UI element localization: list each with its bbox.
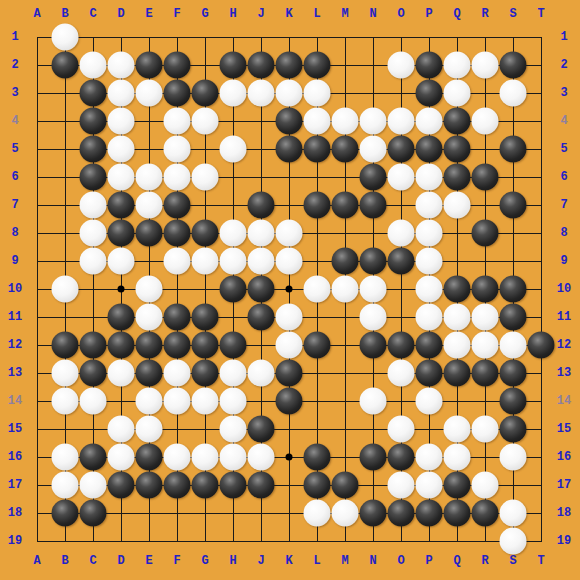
white-stone-M18[interactable] bbox=[332, 500, 359, 527]
black-stone-K13[interactable] bbox=[276, 360, 303, 387]
black-stone-G17[interactable] bbox=[192, 472, 219, 499]
column-label-top: O bbox=[397, 7, 404, 21]
black-stone-F17[interactable] bbox=[164, 472, 191, 499]
white-stone-N11[interactable] bbox=[360, 304, 387, 331]
row-label-right: 1 bbox=[560, 30, 567, 44]
black-stone-O9[interactable] bbox=[388, 248, 415, 275]
black-stone-O18[interactable] bbox=[388, 500, 415, 527]
white-stone-O8[interactable] bbox=[388, 220, 415, 247]
row-label-right: 15 bbox=[557, 422, 571, 436]
column-label-bottom: E bbox=[145, 554, 152, 568]
column-label-bottom: G bbox=[201, 554, 208, 568]
black-stone-N16[interactable] bbox=[360, 444, 387, 471]
black-stone-F12[interactable] bbox=[164, 332, 191, 359]
white-stone-C7[interactable] bbox=[80, 192, 107, 219]
white-stone-P7[interactable] bbox=[416, 192, 443, 219]
white-stone-N5[interactable] bbox=[360, 136, 387, 163]
black-stone-P3[interactable] bbox=[416, 80, 443, 107]
column-label-bottom: L bbox=[313, 554, 320, 568]
white-stone-Q16[interactable] bbox=[444, 444, 471, 471]
white-stone-K12[interactable] bbox=[276, 332, 303, 359]
black-stone-H12[interactable] bbox=[220, 332, 247, 359]
column-label-top: D bbox=[117, 7, 124, 21]
column-label-top: Q bbox=[453, 7, 460, 21]
white-stone-S16[interactable] bbox=[500, 444, 527, 471]
white-stone-F4[interactable] bbox=[164, 108, 191, 135]
row-label-right: 5 bbox=[560, 142, 567, 156]
row-label-left: 8 bbox=[11, 226, 18, 240]
black-stone-C4[interactable] bbox=[80, 108, 107, 135]
white-stone-F5[interactable] bbox=[164, 136, 191, 163]
white-stone-C17[interactable] bbox=[80, 472, 107, 499]
white-stone-L3[interactable] bbox=[304, 80, 331, 107]
row-label-left: 16 bbox=[8, 450, 22, 464]
black-stone-C6[interactable] bbox=[80, 164, 107, 191]
white-stone-J16[interactable] bbox=[248, 444, 275, 471]
black-stone-E12[interactable] bbox=[136, 332, 163, 359]
white-stone-J8[interactable] bbox=[248, 220, 275, 247]
column-label-top: R bbox=[481, 7, 488, 21]
black-stone-F11[interactable] bbox=[164, 304, 191, 331]
black-stone-S14[interactable] bbox=[500, 388, 527, 415]
row-label-left: 9 bbox=[11, 254, 18, 268]
white-stone-H9[interactable] bbox=[220, 248, 247, 275]
row-label-right: 4 bbox=[560, 114, 567, 128]
black-stone-C5[interactable] bbox=[80, 136, 107, 163]
white-stone-R15[interactable] bbox=[472, 416, 499, 443]
black-stone-F8[interactable] bbox=[164, 220, 191, 247]
black-stone-S7[interactable] bbox=[500, 192, 527, 219]
row-label-right: 12 bbox=[557, 338, 571, 352]
black-stone-L7[interactable] bbox=[304, 192, 331, 219]
black-stone-D8[interactable] bbox=[108, 220, 135, 247]
white-stone-F9[interactable] bbox=[164, 248, 191, 275]
black-stone-F3[interactable] bbox=[164, 80, 191, 107]
column-label-top: B bbox=[61, 7, 68, 21]
column-label-top: K bbox=[285, 7, 292, 21]
row-label-left: 13 bbox=[8, 366, 22, 380]
row-label-left: 10 bbox=[8, 282, 22, 296]
black-stone-S5[interactable] bbox=[500, 136, 527, 163]
white-stone-G9[interactable] bbox=[192, 248, 219, 275]
black-stone-P12[interactable] bbox=[416, 332, 443, 359]
white-stone-D9[interactable] bbox=[108, 248, 135, 275]
column-label-bottom: M bbox=[341, 554, 348, 568]
white-stone-F13[interactable] bbox=[164, 360, 191, 387]
white-stone-N14[interactable] bbox=[360, 388, 387, 415]
star-point bbox=[286, 286, 293, 293]
white-stone-Q3[interactable] bbox=[444, 80, 471, 107]
white-stone-P6[interactable] bbox=[416, 164, 443, 191]
column-label-top: P bbox=[425, 7, 432, 21]
column-label-bottom: Q bbox=[453, 554, 460, 568]
black-stone-H17[interactable] bbox=[220, 472, 247, 499]
column-label-top: G bbox=[201, 7, 208, 21]
row-label-right: 11 bbox=[557, 310, 571, 324]
grid-line-horizontal bbox=[37, 541, 542, 542]
white-stone-D4[interactable] bbox=[108, 108, 135, 135]
black-stone-N6[interactable] bbox=[360, 164, 387, 191]
black-stone-K14[interactable] bbox=[276, 388, 303, 415]
column-label-top: F bbox=[173, 7, 180, 21]
white-stone-G6[interactable] bbox=[192, 164, 219, 191]
row-label-right: 14 bbox=[557, 394, 571, 408]
black-stone-H2[interactable] bbox=[220, 52, 247, 79]
black-stone-P5[interactable] bbox=[416, 136, 443, 163]
black-stone-G3[interactable] bbox=[192, 80, 219, 107]
column-label-bottom: P bbox=[425, 554, 432, 568]
white-stone-F6[interactable] bbox=[164, 164, 191, 191]
black-stone-N9[interactable] bbox=[360, 248, 387, 275]
column-label-top: M bbox=[341, 7, 348, 21]
white-stone-C14[interactable] bbox=[80, 388, 107, 415]
white-stone-P16[interactable] bbox=[416, 444, 443, 471]
white-stone-R12[interactable] bbox=[472, 332, 499, 359]
black-stone-Q17[interactable] bbox=[444, 472, 471, 499]
black-stone-D7[interactable] bbox=[108, 192, 135, 219]
column-label-top: L bbox=[313, 7, 320, 21]
white-stone-F16[interactable] bbox=[164, 444, 191, 471]
black-stone-R6[interactable] bbox=[472, 164, 499, 191]
column-label-top: H bbox=[229, 7, 236, 21]
white-stone-H16[interactable] bbox=[220, 444, 247, 471]
row-label-right: 10 bbox=[557, 282, 571, 296]
white-stone-B17[interactable] bbox=[52, 472, 79, 499]
white-stone-G16[interactable] bbox=[192, 444, 219, 471]
white-stone-P4[interactable] bbox=[416, 108, 443, 135]
white-stone-D5[interactable] bbox=[108, 136, 135, 163]
black-stone-L5[interactable] bbox=[304, 136, 331, 163]
black-stone-S15[interactable] bbox=[500, 416, 527, 443]
black-stone-N7[interactable] bbox=[360, 192, 387, 219]
black-stone-E13[interactable] bbox=[136, 360, 163, 387]
black-stone-N12[interactable] bbox=[360, 332, 387, 359]
white-stone-O15[interactable] bbox=[388, 416, 415, 443]
white-stone-H13[interactable] bbox=[220, 360, 247, 387]
white-stone-Q15[interactable] bbox=[444, 416, 471, 443]
row-label-left: 15 bbox=[8, 422, 22, 436]
grid-line-vertical bbox=[541, 37, 542, 542]
row-label-left: 6 bbox=[11, 170, 18, 184]
white-stone-K3[interactable] bbox=[276, 80, 303, 107]
black-stone-C12[interactable] bbox=[80, 332, 107, 359]
white-stone-O2[interactable] bbox=[388, 52, 415, 79]
white-stone-E7[interactable] bbox=[136, 192, 163, 219]
black-stone-C13[interactable] bbox=[80, 360, 107, 387]
white-stone-O6[interactable] bbox=[388, 164, 415, 191]
black-stone-Q10[interactable] bbox=[444, 276, 471, 303]
row-label-left: 19 bbox=[8, 534, 22, 548]
row-label-right: 9 bbox=[560, 254, 567, 268]
column-label-bottom: D bbox=[117, 554, 124, 568]
white-stone-P9[interactable] bbox=[416, 248, 443, 275]
black-stone-J10[interactable] bbox=[248, 276, 275, 303]
white-stone-N4[interactable] bbox=[360, 108, 387, 135]
column-label-top: A bbox=[33, 7, 40, 21]
row-label-left: 5 bbox=[11, 142, 18, 156]
black-stone-N18[interactable] bbox=[360, 500, 387, 527]
white-stone-G4[interactable] bbox=[192, 108, 219, 135]
white-stone-S19[interactable] bbox=[500, 528, 527, 555]
black-stone-K2[interactable] bbox=[276, 52, 303, 79]
white-stone-E15[interactable] bbox=[136, 416, 163, 443]
column-label-top: N bbox=[369, 7, 376, 21]
black-stone-S13[interactable] bbox=[500, 360, 527, 387]
white-stone-K8[interactable] bbox=[276, 220, 303, 247]
black-stone-Q18[interactable] bbox=[444, 500, 471, 527]
white-stone-B16[interactable] bbox=[52, 444, 79, 471]
column-label-top: J bbox=[257, 7, 264, 21]
black-stone-R10[interactable] bbox=[472, 276, 499, 303]
white-stone-M10[interactable] bbox=[332, 276, 359, 303]
white-stone-S3[interactable] bbox=[500, 80, 527, 107]
row-label-left: 12 bbox=[8, 338, 22, 352]
white-stone-N10[interactable] bbox=[360, 276, 387, 303]
row-label-left: 14 bbox=[8, 394, 22, 408]
black-stone-S2[interactable] bbox=[500, 52, 527, 79]
black-stone-O5[interactable] bbox=[388, 136, 415, 163]
white-stone-P10[interactable] bbox=[416, 276, 443, 303]
black-stone-J17[interactable] bbox=[248, 472, 275, 499]
white-stone-Q7[interactable] bbox=[444, 192, 471, 219]
column-label-bottom: R bbox=[481, 554, 488, 568]
column-label-top: T bbox=[537, 7, 544, 21]
black-stone-Q6[interactable] bbox=[444, 164, 471, 191]
black-stone-K5[interactable] bbox=[276, 136, 303, 163]
black-stone-B18[interactable] bbox=[52, 500, 79, 527]
white-stone-P11[interactable] bbox=[416, 304, 443, 331]
black-stone-O16[interactable] bbox=[388, 444, 415, 471]
white-stone-K11[interactable] bbox=[276, 304, 303, 331]
go-board[interactable]: AABBCCDDEEFFGGHHJJKKLLMMNNOOPPQQRRSSTT11… bbox=[0, 0, 580, 580]
black-stone-J11[interactable] bbox=[248, 304, 275, 331]
white-stone-H5[interactable] bbox=[220, 136, 247, 163]
black-stone-E2[interactable] bbox=[136, 52, 163, 79]
black-stone-E17[interactable] bbox=[136, 472, 163, 499]
white-stone-C8[interactable] bbox=[80, 220, 107, 247]
white-stone-B14[interactable] bbox=[52, 388, 79, 415]
white-stone-Q11[interactable] bbox=[444, 304, 471, 331]
white-stone-Q12[interactable] bbox=[444, 332, 471, 359]
white-stone-E14[interactable] bbox=[136, 388, 163, 415]
white-stone-O4[interactable] bbox=[388, 108, 415, 135]
white-stone-E3[interactable] bbox=[136, 80, 163, 107]
black-stone-L12[interactable] bbox=[304, 332, 331, 359]
row-label-right: 3 bbox=[560, 86, 567, 100]
black-stone-L16[interactable] bbox=[304, 444, 331, 471]
black-stone-S11[interactable] bbox=[500, 304, 527, 331]
white-stone-J13[interactable] bbox=[248, 360, 275, 387]
row-label-left: 4 bbox=[11, 114, 18, 128]
column-label-bottom: O bbox=[397, 554, 404, 568]
black-stone-R18[interactable] bbox=[472, 500, 499, 527]
column-label-bottom: C bbox=[89, 554, 96, 568]
black-stone-Q4[interactable] bbox=[444, 108, 471, 135]
black-stone-Q13[interactable] bbox=[444, 360, 471, 387]
black-stone-R8[interactable] bbox=[472, 220, 499, 247]
black-stone-G13[interactable] bbox=[192, 360, 219, 387]
column-label-bottom: H bbox=[229, 554, 236, 568]
column-label-top: C bbox=[89, 7, 96, 21]
black-stone-P13[interactable] bbox=[416, 360, 443, 387]
white-stone-B1[interactable] bbox=[52, 24, 79, 51]
white-stone-E11[interactable] bbox=[136, 304, 163, 331]
column-label-bottom: J bbox=[257, 554, 264, 568]
column-label-bottom: B bbox=[61, 554, 68, 568]
black-stone-J15[interactable] bbox=[248, 416, 275, 443]
white-stone-C2[interactable] bbox=[80, 52, 107, 79]
black-stone-B2[interactable] bbox=[52, 52, 79, 79]
black-stone-O12[interactable] bbox=[388, 332, 415, 359]
white-stone-D13[interactable] bbox=[108, 360, 135, 387]
white-stone-L4[interactable] bbox=[304, 108, 331, 135]
white-stone-B10[interactable] bbox=[52, 276, 79, 303]
column-label-bottom: A bbox=[33, 554, 40, 568]
column-label-bottom: N bbox=[369, 554, 376, 568]
white-stone-B13[interactable] bbox=[52, 360, 79, 387]
white-stone-C9[interactable] bbox=[80, 248, 107, 275]
white-stone-H14[interactable] bbox=[220, 388, 247, 415]
black-stone-G11[interactable] bbox=[192, 304, 219, 331]
black-stone-E16[interactable] bbox=[136, 444, 163, 471]
white-stone-P8[interactable] bbox=[416, 220, 443, 247]
black-stone-J7[interactable] bbox=[248, 192, 275, 219]
black-stone-L2[interactable] bbox=[304, 52, 331, 79]
black-stone-L17[interactable] bbox=[304, 472, 331, 499]
black-stone-D12[interactable] bbox=[108, 332, 135, 359]
column-label-bottom: T bbox=[537, 554, 544, 568]
white-stone-D15[interactable] bbox=[108, 416, 135, 443]
row-label-right: 6 bbox=[560, 170, 567, 184]
star-point bbox=[286, 454, 293, 461]
white-stone-D3[interactable] bbox=[108, 80, 135, 107]
white-stone-P14[interactable] bbox=[416, 388, 443, 415]
black-stone-J2[interactable] bbox=[248, 52, 275, 79]
row-label-left: 2 bbox=[11, 58, 18, 72]
row-label-right: 8 bbox=[560, 226, 567, 240]
black-stone-S10[interactable] bbox=[500, 276, 527, 303]
row-label-right: 2 bbox=[560, 58, 567, 72]
black-stone-F7[interactable] bbox=[164, 192, 191, 219]
black-stone-F2[interactable] bbox=[164, 52, 191, 79]
column-label-top: E bbox=[145, 7, 152, 21]
column-label-bottom: K bbox=[285, 554, 292, 568]
white-stone-S12[interactable] bbox=[500, 332, 527, 359]
row-label-left: 3 bbox=[11, 86, 18, 100]
row-label-left: 18 bbox=[8, 506, 22, 520]
column-label-bottom: F bbox=[173, 554, 180, 568]
black-stone-C18[interactable] bbox=[80, 500, 107, 527]
black-stone-B12[interactable] bbox=[52, 332, 79, 359]
black-stone-M9[interactable] bbox=[332, 248, 359, 275]
black-stone-K4[interactable] bbox=[276, 108, 303, 135]
column-label-bottom: S bbox=[509, 554, 516, 568]
white-stone-R17[interactable] bbox=[472, 472, 499, 499]
black-stone-G8[interactable] bbox=[192, 220, 219, 247]
white-stone-H15[interactable] bbox=[220, 416, 247, 443]
row-label-left: 1 bbox=[11, 30, 18, 44]
black-stone-P18[interactable] bbox=[416, 500, 443, 527]
white-stone-D2[interactable] bbox=[108, 52, 135, 79]
white-stone-O17[interactable] bbox=[388, 472, 415, 499]
white-stone-K9[interactable] bbox=[276, 248, 303, 275]
row-label-left: 17 bbox=[8, 478, 22, 492]
white-stone-D16[interactable] bbox=[108, 444, 135, 471]
black-stone-C16[interactable] bbox=[80, 444, 107, 471]
white-stone-R2[interactable] bbox=[472, 52, 499, 79]
white-stone-E6[interactable] bbox=[136, 164, 163, 191]
black-stone-D11[interactable] bbox=[108, 304, 135, 331]
row-label-right: 18 bbox=[557, 506, 571, 520]
white-stone-L18[interactable] bbox=[304, 500, 331, 527]
row-label-right: 13 bbox=[557, 366, 571, 380]
black-stone-P2[interactable] bbox=[416, 52, 443, 79]
black-stone-C3[interactable] bbox=[80, 80, 107, 107]
row-label-right: 17 bbox=[557, 478, 571, 492]
white-stone-M4[interactable] bbox=[332, 108, 359, 135]
black-stone-R13[interactable] bbox=[472, 360, 499, 387]
column-label-top: S bbox=[509, 7, 516, 21]
white-stone-J9[interactable] bbox=[248, 248, 275, 275]
white-stone-D6[interactable] bbox=[108, 164, 135, 191]
white-stone-G14[interactable] bbox=[192, 388, 219, 415]
white-stone-J3[interactable] bbox=[248, 80, 275, 107]
row-label-right: 7 bbox=[560, 198, 567, 212]
row-label-right: 19 bbox=[557, 534, 571, 548]
black-stone-M17[interactable] bbox=[332, 472, 359, 499]
row-label-right: 16 bbox=[557, 450, 571, 464]
black-stone-G12[interactable] bbox=[192, 332, 219, 359]
white-stone-F14[interactable] bbox=[164, 388, 191, 415]
white-stone-H3[interactable] bbox=[220, 80, 247, 107]
black-stone-T12[interactable] bbox=[528, 332, 555, 359]
row-label-left: 11 bbox=[8, 310, 22, 324]
white-stone-Q2[interactable] bbox=[444, 52, 471, 79]
black-stone-H10[interactable] bbox=[220, 276, 247, 303]
black-stone-D17[interactable] bbox=[108, 472, 135, 499]
black-stone-M5[interactable] bbox=[332, 136, 359, 163]
black-stone-Q5[interactable] bbox=[444, 136, 471, 163]
white-stone-L10[interactable] bbox=[304, 276, 331, 303]
row-label-left: 7 bbox=[11, 198, 18, 212]
white-stone-E10[interactable] bbox=[136, 276, 163, 303]
black-stone-M7[interactable] bbox=[332, 192, 359, 219]
white-stone-R4[interactable] bbox=[472, 108, 499, 135]
white-stone-O13[interactable] bbox=[388, 360, 415, 387]
star-point bbox=[118, 286, 125, 293]
white-stone-S18[interactable] bbox=[500, 500, 527, 527]
white-stone-R11[interactable] bbox=[472, 304, 499, 331]
black-stone-E8[interactable] bbox=[136, 220, 163, 247]
white-stone-P17[interactable] bbox=[416, 472, 443, 499]
white-stone-H8[interactable] bbox=[220, 220, 247, 247]
